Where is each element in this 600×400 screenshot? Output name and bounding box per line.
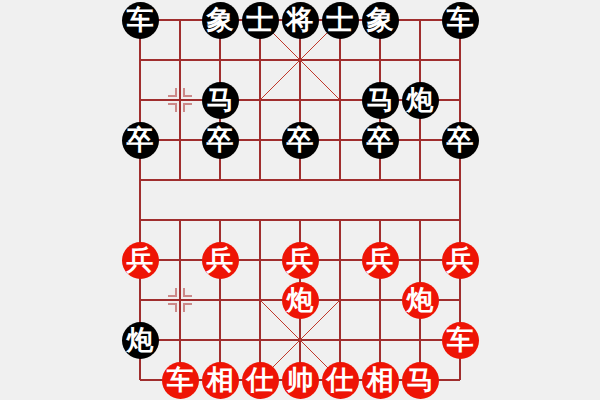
board-cell[interactable] [280,200,320,240]
board-cell[interactable] [280,40,320,80]
piece-red-general[interactable]: 帅 [282,362,319,399]
board-cell[interactable] [120,80,160,120]
piece-black-chariot[interactable]: 车 [122,2,159,39]
board-cell[interactable] [360,320,400,360]
board-cell[interactable]: 车 [120,0,160,40]
board-cell[interactable] [280,320,320,360]
piece-black-advisor[interactable]: 士 [322,2,359,39]
board-cell[interactable] [160,80,200,120]
piece-black-cannon[interactable]: 炮 [402,82,439,119]
board-cell[interactable]: 马 [400,360,440,400]
piece-black-general[interactable]: 将 [282,2,319,39]
board-cell[interactable] [320,320,360,360]
piece-black-cannon[interactable]: 炮 [122,322,159,359]
board-cell[interactable]: 卒 [360,120,400,160]
board-grid: 车象士将士象车马马炮卒卒卒卒卒兵兵兵兵兵炮炮炮车车相仕帅仕相马 [120,0,480,400]
board-cell[interactable] [200,40,240,80]
board-cell[interactable]: 炮 [120,320,160,360]
board-cell[interactable] [440,360,480,400]
board-cell[interactable] [320,240,360,280]
board-cell[interactable]: 兵 [120,240,160,280]
piece-red-horse[interactable]: 马 [402,362,439,399]
board-cell[interactable] [360,40,400,80]
board-cell[interactable] [240,80,280,120]
piece-red-elephant[interactable]: 相 [362,362,399,399]
board-cell[interactable] [160,200,200,240]
board-cell[interactable] [120,280,160,320]
board-cell[interactable] [440,200,480,240]
board-cell[interactable] [240,40,280,80]
piece-black-advisor[interactable]: 士 [242,2,279,39]
board-cell[interactable] [240,320,280,360]
board-cell[interactable]: 马 [200,80,240,120]
board-cell[interactable]: 卒 [200,120,240,160]
piece-red-cannon[interactable]: 炮 [402,282,439,319]
board-cell[interactable] [360,160,400,200]
board-cell[interactable] [200,320,240,360]
board-cell[interactable] [440,40,480,80]
board-cell[interactable] [160,320,200,360]
board-cell[interactable] [320,80,360,120]
board-cell[interactable]: 兵 [280,240,320,280]
board-cell[interactable] [240,200,280,240]
board-cell[interactable] [320,40,360,80]
board-cell[interactable] [320,280,360,320]
board-cell[interactable] [400,240,440,280]
board-cell[interactable]: 相 [360,360,400,400]
board-cell[interactable]: 卒 [120,120,160,160]
piece-red-chariot[interactable]: 车 [442,322,479,359]
board-cell[interactable] [160,240,200,280]
piece-black-soldier[interactable]: 卒 [122,122,159,159]
board-cell[interactable] [320,200,360,240]
piece-red-chariot[interactable]: 车 [162,362,199,399]
board-cell[interactable]: 卒 [280,120,320,160]
piece-red-cannon[interactable]: 炮 [282,282,319,319]
board-cell[interactable]: 仕 [240,360,280,400]
board-cell[interactable] [360,280,400,320]
board-cell[interactable]: 炮 [400,80,440,120]
piece-red-elephant[interactable]: 相 [202,362,239,399]
board-cell[interactable] [120,160,160,200]
piece-black-soldier[interactable]: 卒 [362,122,399,159]
board-cell[interactable] [440,280,480,320]
piece-red-soldier[interactable]: 兵 [362,242,399,279]
board-cell[interactable] [360,200,400,240]
board-cell[interactable]: 将 [280,0,320,40]
board-cell[interactable] [280,80,320,120]
piece-red-soldier[interactable]: 兵 [202,242,239,279]
board-cell[interactable]: 车 [440,320,480,360]
board-cell[interactable]: 卒 [440,120,480,160]
board-cell[interactable]: 兵 [440,240,480,280]
board-cell[interactable] [240,240,280,280]
board-cell[interactable] [120,200,160,240]
board-cell[interactable] [400,120,440,160]
board-cell[interactable]: 象 [360,0,400,40]
board-cell[interactable] [200,280,240,320]
piece-red-soldier[interactable]: 兵 [442,242,479,279]
piece-black-horse[interactable]: 马 [202,82,239,119]
xiangqi-board: 车象士将士象车马马炮卒卒卒卒卒兵兵兵兵兵炮炮炮车车相仕帅仕相马 [0,0,600,400]
piece-black-chariot[interactable]: 车 [442,2,479,39]
board-cell[interactable] [120,360,160,400]
board-cell[interactable]: 仕 [320,360,360,400]
piece-black-soldier[interactable]: 卒 [442,122,479,159]
board-cell[interactable] [400,200,440,240]
board-cell[interactable] [120,40,160,80]
board-cell[interactable] [160,160,200,200]
board-cell[interactable] [400,40,440,80]
board-cell[interactable]: 帅 [280,360,320,400]
board-cell[interactable] [200,160,240,200]
board-cell[interactable]: 兵 [200,240,240,280]
board-cell[interactable] [280,160,320,200]
piece-red-soldier[interactable]: 兵 [282,242,319,279]
board-cell[interactable] [160,280,200,320]
board-cell[interactable]: 象 [200,0,240,40]
board-cell[interactable] [160,120,200,160]
piece-black-soldier[interactable]: 卒 [202,122,239,159]
piece-black-horse[interactable]: 马 [362,82,399,119]
board-cell[interactable] [400,320,440,360]
board-cell[interactable]: 士 [320,0,360,40]
board-cell[interactable]: 马 [360,80,400,120]
board-cell[interactable] [200,200,240,240]
piece-black-soldier[interactable]: 卒 [282,122,319,159]
board-cell[interactable] [160,0,200,40]
board-cell[interactable] [240,280,280,320]
board-cell[interactable]: 士 [240,0,280,40]
piece-red-advisor[interactable]: 仕 [322,362,359,399]
board-cell[interactable]: 炮 [280,280,320,320]
board-cell[interactable] [320,160,360,200]
board-cell[interactable] [440,80,480,120]
board-cell[interactable] [400,0,440,40]
board-cell[interactable]: 车 [440,0,480,40]
board-cell[interactable]: 炮 [400,280,440,320]
board-cell[interactable] [320,120,360,160]
board-cell[interactable] [440,160,480,200]
board-cell[interactable]: 相 [200,360,240,400]
piece-red-soldier[interactable]: 兵 [122,242,159,279]
board-cell[interactable] [240,160,280,200]
piece-red-advisor[interactable]: 仕 [242,362,279,399]
board-cell[interactable]: 兵 [360,240,400,280]
board-cell[interactable] [160,40,200,80]
piece-black-elephant[interactable]: 象 [202,2,239,39]
board-cell[interactable]: 车 [160,360,200,400]
piece-black-elephant[interactable]: 象 [362,2,399,39]
board-cell[interactable] [240,120,280,160]
board-cell[interactable] [400,160,440,200]
